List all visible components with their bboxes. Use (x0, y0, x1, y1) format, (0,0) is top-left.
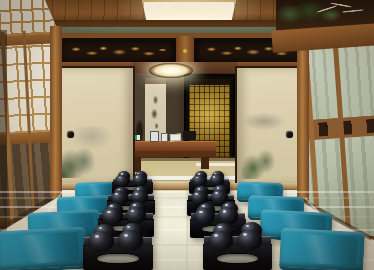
bowl-highlight (215, 192, 218, 194)
tray-cutout (216, 253, 259, 264)
bowl-highlight (198, 188, 200, 190)
lacquered-meal-tray (83, 225, 153, 270)
bowl-highlight (119, 177, 121, 179)
bowl-highlight (115, 193, 118, 195)
bowl-highlight (217, 187, 219, 189)
lacquered-meal-tray (203, 224, 272, 270)
bowl-highlight (110, 205, 113, 207)
bowl-highlight (246, 225, 249, 227)
bowl-highlight (213, 176, 215, 178)
lacquered-bowl (89, 231, 114, 251)
bowl-highlight (199, 211, 202, 213)
tatami-hall-photo (0, 0, 374, 270)
zabuton-cushion (0, 227, 87, 270)
cushion-sheen (4, 232, 79, 265)
bowl-highlight (95, 235, 99, 238)
bowl-highlight (196, 177, 198, 179)
bowl-highlight (124, 234, 128, 237)
cushion-sheen (286, 233, 358, 266)
bowl-highlight (131, 210, 134, 212)
lacquered-bowl (194, 208, 214, 224)
bowl-highlight (135, 193, 138, 195)
lacquered-bowl (102, 208, 122, 224)
bowl-highlight (107, 211, 110, 213)
bowl-highlight (218, 226, 221, 228)
bowl-highlight (223, 210, 226, 212)
bowl-highlight (225, 204, 228, 206)
lacquered-bowl (210, 174, 225, 186)
bowl-highlight (195, 193, 198, 195)
bowl-highlight (99, 227, 102, 229)
bowl-highlight (214, 234, 218, 237)
tray-cutout (96, 253, 139, 263)
bowl-highlight (202, 205, 205, 207)
lacquered-bowl (133, 174, 148, 186)
zabuton-cushion (279, 228, 365, 270)
lacquered-bowl (218, 207, 238, 223)
lacquered-bowl (238, 230, 263, 250)
bowl-highlight (243, 233, 247, 236)
bowl-highlight (127, 226, 130, 228)
bowl-highlight (118, 189, 120, 191)
bowl-highlight (133, 204, 136, 206)
bowl-highlight (136, 176, 138, 178)
